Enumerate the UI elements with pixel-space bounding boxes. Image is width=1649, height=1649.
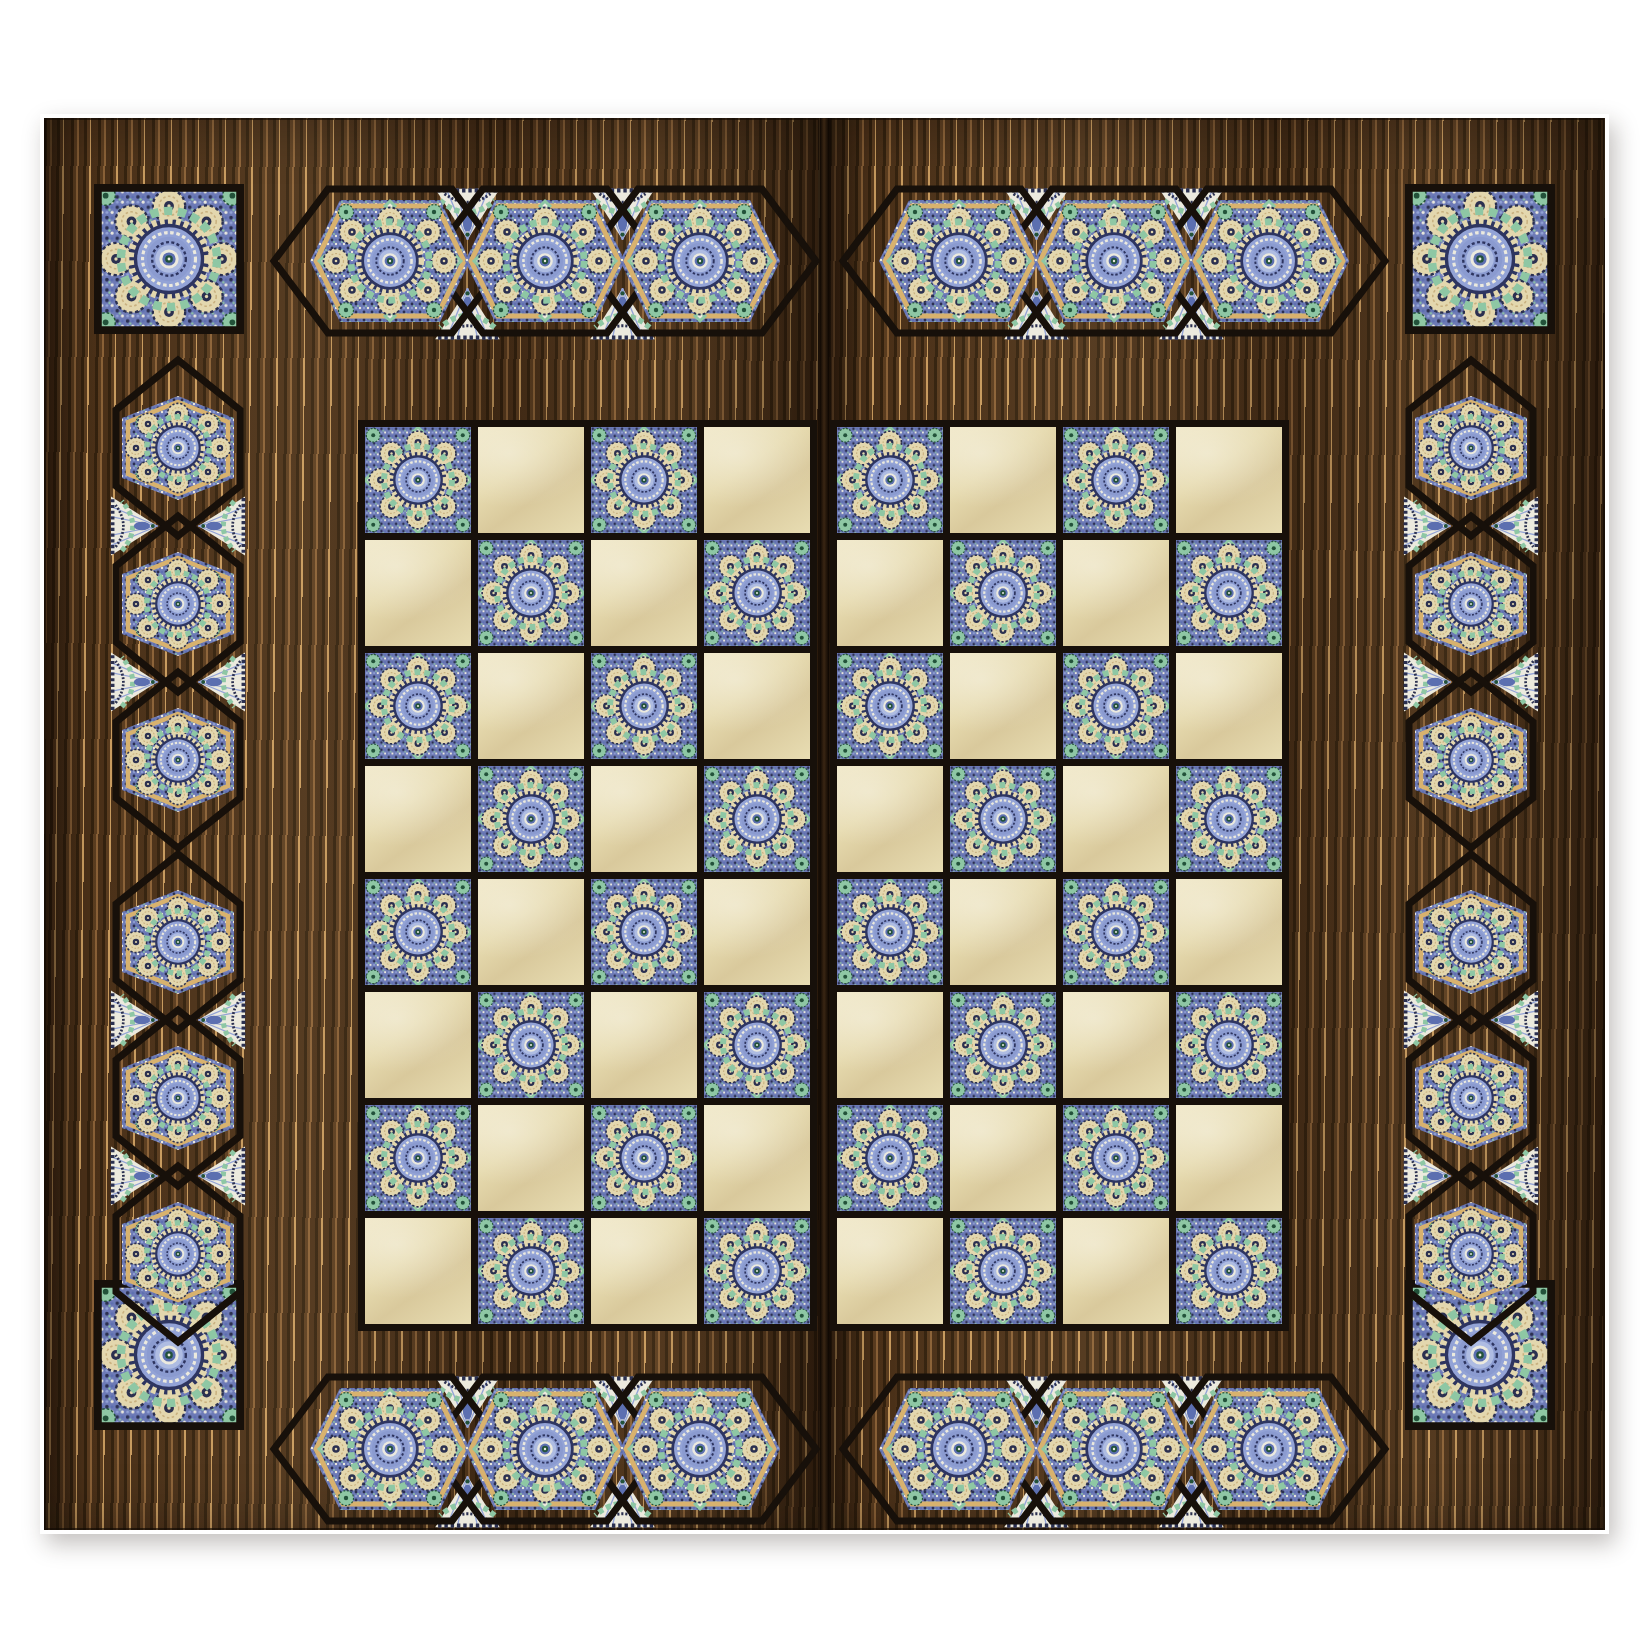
fan-motif-icon [1492, 653, 1539, 712]
square-b8[interactable] [478, 427, 584, 533]
fan-motif-icon [199, 1147, 246, 1206]
fan-motif-icon [111, 497, 158, 556]
fan-motif-icon [1404, 1147, 1451, 1206]
square-d1[interactable] [704, 1218, 810, 1324]
square-c8[interactable] [591, 427, 697, 533]
mosaic-square-art [365, 427, 471, 533]
octagon-medallion-icon [1415, 396, 1527, 500]
square-g1[interactable] [1063, 1218, 1169, 1324]
medallion-band-art [300, 1370, 780, 1528]
octagon-medallion-icon [122, 1202, 234, 1306]
mosaic-corner-tile-art [94, 184, 244, 334]
square-c1[interactable] [591, 1218, 697, 1324]
square-e1[interactable] [837, 1218, 943, 1324]
square-c6[interactable] [591, 653, 697, 759]
folding-game-board [44, 118, 1605, 1530]
octagon-medallion-icon [122, 1046, 234, 1150]
square-a1[interactable] [365, 1218, 471, 1324]
mosaic-square-art [704, 766, 810, 872]
square-a2[interactable] [365, 1105, 471, 1211]
square-e3[interactable] [837, 992, 943, 1098]
mosaic-square-art [1063, 427, 1169, 533]
chessboard-right-half [830, 420, 1289, 1331]
square-b4[interactable] [478, 879, 584, 985]
square-f1[interactable] [950, 1218, 1056, 1324]
square-h6[interactable] [1176, 653, 1282, 759]
medallion-band-art [300, 182, 780, 340]
hex-medallion-icon [1189, 199, 1349, 323]
fan-motif-icon [111, 1147, 158, 1206]
hex-medallion-icon [1189, 1387, 1349, 1511]
fan-motif-icon [1492, 1147, 1539, 1206]
square-b5[interactable] [478, 766, 584, 872]
product-photo [0, 0, 1649, 1649]
mosaic-square-art [837, 653, 943, 759]
top-medallion-band [300, 182, 780, 340]
mosaic-square-art [1176, 992, 1282, 1098]
mosaic-square-art [365, 1105, 471, 1211]
square-a7[interactable] [365, 540, 471, 646]
square-f7[interactable] [950, 540, 1056, 646]
mosaic-square-art [478, 766, 584, 872]
square-c3[interactable] [591, 992, 697, 1098]
mosaic-square-art [950, 992, 1056, 1098]
mosaic-square-art [591, 653, 697, 759]
mosaic-square-art [837, 427, 943, 533]
square-g4[interactable] [1063, 879, 1169, 985]
square-d6[interactable] [704, 653, 810, 759]
fan-motif-icon [199, 991, 246, 1050]
fan-motif-icon [1492, 991, 1539, 1050]
medallion-band-art [869, 182, 1349, 340]
mosaic-square-art [1176, 1218, 1282, 1324]
side-medallion-column [1401, 380, 1541, 1360]
square-a5[interactable] [365, 766, 471, 872]
square-h5[interactable] [1176, 766, 1282, 872]
square-c2[interactable] [591, 1105, 697, 1211]
mosaic-square-art [950, 1218, 1056, 1324]
hex-medallion-icon [1034, 1387, 1194, 1511]
octagon-medallion-icon [1415, 890, 1527, 994]
square-b1[interactable] [478, 1218, 584, 1324]
square-f3[interactable] [950, 992, 1056, 1098]
square-g2[interactable] [1063, 1105, 1169, 1211]
square-a8[interactable] [365, 427, 471, 533]
fan-motif-icon [1404, 991, 1451, 1050]
square-b6[interactable] [478, 653, 584, 759]
mosaic-square-art [365, 653, 471, 759]
chessboard-left-half [358, 420, 817, 1331]
octagon-medallion-icon [122, 890, 234, 994]
hex-medallion-icon [879, 199, 1039, 323]
square-e2[interactable] [837, 1105, 943, 1211]
medallion-band-art [869, 1370, 1349, 1528]
mosaic-square-art [478, 540, 584, 646]
octagon-medallion-icon [122, 396, 234, 500]
square-g3[interactable] [1063, 992, 1169, 1098]
square-c7[interactable] [591, 540, 697, 646]
square-h8[interactable] [1176, 427, 1282, 533]
square-e5[interactable] [837, 766, 943, 872]
mosaic-square-art [704, 540, 810, 646]
hex-medallion-icon [1034, 199, 1194, 323]
mosaic-corner-tile-art [1405, 184, 1555, 334]
mosaic-square-art [365, 879, 471, 985]
square-h1[interactable] [1176, 1218, 1282, 1324]
fan-motif-icon [111, 653, 158, 712]
mosaic-square-art [1063, 879, 1169, 985]
square-e6[interactable] [837, 653, 943, 759]
fan-motif-icon [1404, 653, 1451, 712]
mosaic-square-art [1063, 1105, 1169, 1211]
octagon-medallion-icon [1415, 708, 1527, 812]
hex-medallion-icon [620, 199, 780, 323]
mosaic-square-art [837, 1105, 943, 1211]
mosaic-square-art [1063, 653, 1169, 759]
bottom-medallion-band [300, 1370, 780, 1528]
square-c4[interactable] [591, 879, 697, 985]
top-medallion-band [869, 182, 1349, 340]
mosaic-square-art [1176, 766, 1282, 872]
square-h7[interactable] [1176, 540, 1282, 646]
fan-motif-icon [111, 991, 158, 1050]
square-d4[interactable] [704, 879, 810, 985]
mosaic-square-art [950, 540, 1056, 646]
square-g5[interactable] [1063, 766, 1169, 872]
octagon-medallion-icon [1415, 552, 1527, 656]
fan-motif-icon [199, 497, 246, 556]
medallion-column-art [108, 380, 248, 1360]
mosaic-square-art [950, 766, 1056, 872]
mosaic-square-art [704, 1218, 810, 1324]
square-d3[interactable] [704, 992, 810, 1098]
mosaic-square-art [591, 879, 697, 985]
fan-motif-icon [1492, 497, 1539, 556]
square-f8[interactable] [950, 427, 1056, 533]
octagon-medallion-icon [122, 552, 234, 656]
bottom-medallion-band [869, 1370, 1349, 1528]
square-g7[interactable] [1063, 540, 1169, 646]
square-h3[interactable] [1176, 992, 1282, 1098]
hex-medallion-icon [465, 1387, 625, 1511]
hex-medallion-icon [879, 1387, 1039, 1511]
hex-medallion-icon [310, 199, 470, 323]
square-b7[interactable] [478, 540, 584, 646]
square-d2[interactable] [704, 1105, 810, 1211]
medallion-column-art [1401, 380, 1541, 1360]
square-g6[interactable] [1063, 653, 1169, 759]
mosaic-square-art [591, 1105, 697, 1211]
octagon-medallion-icon [1415, 1046, 1527, 1150]
hinge-seam [820, 118, 829, 1530]
square-d8[interactable] [704, 427, 810, 533]
square-d7[interactable] [704, 540, 810, 646]
square-b3[interactable] [478, 992, 584, 1098]
square-e8[interactable] [837, 427, 943, 533]
fan-motif-icon [1404, 497, 1451, 556]
square-c5[interactable] [591, 766, 697, 872]
mosaic-square-art [478, 992, 584, 1098]
square-h2[interactable] [1176, 1105, 1282, 1211]
square-e7[interactable] [837, 540, 943, 646]
hex-medallion-icon [465, 199, 625, 323]
octagon-medallion-icon [1415, 1202, 1527, 1306]
square-f4[interactable] [950, 879, 1056, 985]
square-a3[interactable] [365, 992, 471, 1098]
mosaic-square-art [837, 879, 943, 985]
square-e4[interactable] [837, 879, 943, 985]
square-a6[interactable] [365, 653, 471, 759]
corner-mosaic-tile-top [94, 184, 244, 334]
corner-mosaic-tile-top [1405, 184, 1555, 334]
square-f6[interactable] [950, 653, 1056, 759]
hex-medallion-icon [310, 1387, 470, 1511]
mosaic-square-art [1176, 540, 1282, 646]
mosaic-square-art [591, 427, 697, 533]
square-g8[interactable] [1063, 427, 1169, 533]
side-medallion-column [108, 380, 248, 1360]
square-d5[interactable] [704, 766, 810, 872]
fan-motif-icon [199, 653, 246, 712]
square-h4[interactable] [1176, 879, 1282, 985]
square-f2[interactable] [950, 1105, 1056, 1211]
hex-medallion-icon [620, 1387, 780, 1511]
mosaic-square-art [478, 1218, 584, 1324]
mosaic-square-art [704, 992, 810, 1098]
octagon-medallion-icon [122, 708, 234, 812]
square-b2[interactable] [478, 1105, 584, 1211]
square-f5[interactable] [950, 766, 1056, 872]
square-a4[interactable] [365, 879, 471, 985]
